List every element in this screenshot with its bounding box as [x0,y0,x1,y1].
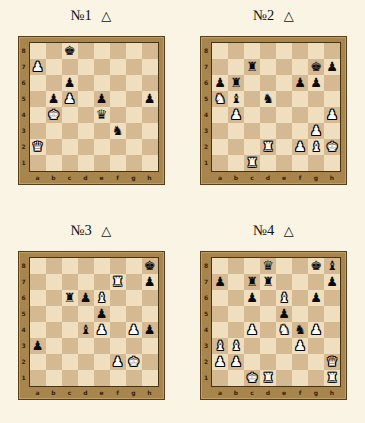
square-b7 [46,274,62,290]
rank-label-7: 7 [204,59,208,75]
square-e1 [276,370,292,386]
square-e6: ♝ [276,290,292,306]
rank-label-8: 8 [204,43,208,59]
square-c5 [62,306,78,322]
black-pawn: ♟ [62,75,78,91]
square-e1 [276,155,292,171]
square-d5 [260,306,276,322]
rank-label-5: 5 [204,91,208,107]
rank-label-8: 8 [21,258,25,274]
rank-label-1: 1 [204,370,208,386]
file-label-h: h [324,388,340,398]
square-g4: ♟ [308,322,324,338]
black-pawn: ♟ [324,274,340,290]
square-e5: ♟ [94,91,110,107]
black-pawn: ♟ [212,75,228,91]
diagram-1-header: №1 △ [70,7,112,23]
square-g5 [126,91,142,107]
white-pawn: ♟ [212,354,228,370]
square-h5: ♟ [142,91,158,107]
square-h6 [324,290,340,306]
white-rook: ♜ [260,370,276,386]
rank-label-2: 2 [21,354,25,370]
square-a2 [212,139,228,155]
square-d7: ♜ [260,274,276,290]
square-f6 [110,290,126,306]
white-bishop: ♝ [308,139,324,155]
square-c5 [244,306,260,322]
black-pawn: ♟ [142,322,158,338]
file-label-e: e [276,173,292,183]
square-b6: ♜ [228,75,244,91]
rank-label-3: 3 [204,338,208,354]
square-b1 [228,370,244,386]
black-bishop: ♝ [228,91,244,107]
chessboard-2-squares: ♜♚♟♟♜♟♟♞♝♞♟♟♟♜♟♝♚♜ [211,42,341,172]
square-d8 [260,43,276,59]
black-bishop: ♝ [78,322,94,338]
square-c3 [244,123,260,139]
square-d7 [78,274,94,290]
square-e5: ♟ [94,306,110,322]
square-a4 [30,322,46,338]
file-label-g: g [126,173,142,183]
square-a4 [212,322,228,338]
black-rook: ♜ [62,290,78,306]
square-h3 [142,338,158,354]
square-b4 [228,322,244,338]
file-label-b: b [46,173,62,183]
square-e2 [94,354,110,370]
black-pawn: ♟ [276,306,292,322]
black-pawn: ♟ [46,91,62,107]
square-d6 [260,290,276,306]
chessboard-4-squares: ♛♚♝♟♜♜♟♟♝♟♟♟♞♞♟♝♝♟♟♟♛♚♜♜ [211,257,341,387]
black-knight: ♞ [260,91,276,107]
square-a2: ♛ [30,139,46,155]
rank-label-2: 2 [204,354,208,370]
square-h5 [142,306,158,322]
square-g1 [126,370,142,386]
black-pawn: ♟ [142,274,158,290]
square-e6: ♝ [94,290,110,306]
square-f8 [110,43,126,59]
rank-label-5: 5 [21,306,25,322]
square-b6 [46,290,62,306]
square-d1: ♜ [260,370,276,386]
black-king: ♚ [308,59,324,75]
black-rook: ♜ [260,274,276,290]
square-b5 [46,306,62,322]
black-pawn: ♟ [324,59,340,75]
rank-label-7: 7 [21,274,25,290]
square-e4 [276,107,292,123]
square-g1 [308,370,324,386]
white-pawn: ♟ [30,59,46,75]
square-f2: ♟ [110,354,126,370]
square-d2 [260,354,276,370]
square-e6 [94,75,110,91]
rank-label-3: 3 [204,123,208,139]
black-pawn: ♟ [94,306,110,322]
square-h2 [142,139,158,155]
square-d1 [260,155,276,171]
file-label-a: a [30,388,46,398]
white-king: ♚ [126,354,142,370]
square-d7 [78,59,94,75]
square-d3 [78,338,94,354]
white-pawn: ♟ [110,354,126,370]
square-c4 [244,107,260,123]
file-label-f: f [292,173,308,183]
black-pawn: ♟ [244,290,260,306]
square-h1 [142,370,158,386]
square-e6 [276,75,292,91]
square-c1: ♜ [244,155,260,171]
rank-label-1: 1 [21,155,25,171]
square-b7 [228,274,244,290]
square-f1 [110,155,126,171]
square-g7 [308,274,324,290]
file-label-a: a [30,173,46,183]
square-f3 [292,123,308,139]
square-f4 [110,322,126,338]
rank-label-4: 4 [21,322,25,338]
white-bishop: ♝ [276,290,292,306]
file-label-b: b [228,388,244,398]
black-bishop: ♝ [324,258,340,274]
square-h6 [142,75,158,91]
diagram-4-number: №4 [253,222,275,239]
square-b5: ♝ [228,91,244,107]
square-d1 [78,370,94,386]
file-label-h: h [142,173,158,183]
rank-label-8: 8 [21,43,25,59]
black-pawn: ♟ [142,91,158,107]
square-f3: ♟ [292,338,308,354]
square-c2 [62,354,78,370]
rank-label-2: 2 [21,139,25,155]
square-a1 [30,370,46,386]
chessboard-1: 87654321 ♚♟♟♟♟♟♟♚♛♞♛ abcdefgh [18,36,165,185]
square-h7: ♟ [142,274,158,290]
file-label-g: g [126,388,142,398]
square-h1 [324,155,340,171]
square-c6 [244,75,260,91]
file-label-a: a [212,388,228,398]
white-pawn: ♟ [126,322,142,338]
square-f7: ♜ [110,274,126,290]
square-g7 [126,274,142,290]
square-g3 [126,123,142,139]
square-b5: ♟ [46,91,62,107]
square-b2 [46,139,62,155]
square-b5 [228,306,244,322]
square-e4: ♛ [94,107,110,123]
rank-label-6: 6 [21,75,25,91]
file-label-h: h [324,173,340,183]
white-bishop: ♝ [94,290,110,306]
square-a2: ♟ [212,354,228,370]
white-knight: ♞ [276,322,292,338]
square-f2 [110,139,126,155]
square-e1 [94,370,110,386]
black-pawn: ♟ [308,290,324,306]
square-e3 [94,123,110,139]
square-b4: ♟ [228,107,244,123]
file-label-f: f [110,388,126,398]
file-labels: abcdefgh [212,173,340,183]
square-a5 [30,91,46,107]
white-to-move-icon: △ [101,223,112,238]
square-c7: ♜ [244,59,260,75]
square-a3: ♟ [30,338,46,354]
square-e2 [94,139,110,155]
file-label-a: a [212,173,228,183]
square-g1 [308,155,324,171]
square-h2: ♛ [324,354,340,370]
file-label-d: d [260,173,276,183]
square-c4: ♟ [244,322,260,338]
square-g4 [308,107,324,123]
white-king: ♚ [244,370,260,386]
square-h7 [142,59,158,75]
square-c7 [62,59,78,75]
white-rook: ♜ [244,155,260,171]
square-h5 [324,306,340,322]
square-b7 [46,59,62,75]
square-c4 [62,107,78,123]
square-d5 [78,91,94,107]
square-h5 [324,91,340,107]
square-c4 [62,322,78,338]
file-label-d: d [78,388,94,398]
black-king: ♚ [308,258,324,274]
square-d6 [78,75,94,91]
square-c5: ♟ [62,91,78,107]
square-e8 [94,258,110,274]
white-pawn: ♟ [228,107,244,123]
square-a4 [30,107,46,123]
square-b4 [46,322,62,338]
square-d4 [78,107,94,123]
square-c2 [244,139,260,155]
chessboard-1-squares: ♚♟♟♟♟♟♟♚♛♞♛ [29,42,159,172]
file-label-b: b [228,173,244,183]
square-d7 [260,59,276,75]
square-a6: ♟ [212,75,228,91]
file-label-e: e [276,388,292,398]
square-c1 [62,155,78,171]
square-d4: ♝ [78,322,94,338]
white-queen: ♛ [30,139,46,155]
white-pawn: ♟ [292,338,308,354]
chessboard-2: 87654321 ♜♚♟♟♜♟♟♞♝♞♟♟♟♜♟♝♚♜ abcdefgh [200,36,347,185]
square-e2 [276,354,292,370]
file-label-f: f [292,388,308,398]
white-rook: ♜ [324,370,340,386]
square-e7 [276,274,292,290]
square-d5 [78,306,94,322]
square-g8: ♚ [308,258,324,274]
square-h7: ♟ [324,59,340,75]
square-e7 [94,59,110,75]
rank-label-4: 4 [204,107,208,123]
rank-label-3: 3 [21,123,25,139]
white-pawn: ♟ [292,139,308,155]
black-pawn: ♟ [308,75,324,91]
square-d8: ♛ [260,258,276,274]
square-h8 [142,43,158,59]
diagram-3-number: №3 [70,222,92,239]
white-pawn: ♟ [308,123,324,139]
rank-label-3: 3 [21,338,25,354]
square-e2 [276,139,292,155]
file-label-g: g [308,388,324,398]
white-to-move-icon: △ [284,8,295,23]
square-g2: ♝ [308,139,324,155]
square-f7 [292,274,308,290]
chessboard-3: 87654321 ♚♜♟♜♟♝♟♝♟♟♟♟♟♚ abcdefgh [18,251,165,400]
file-label-c: c [62,388,78,398]
square-f8 [292,43,308,59]
black-queen: ♛ [260,258,276,274]
square-h1 [142,155,158,171]
rank-label-1: 1 [21,370,25,386]
file-label-e: e [94,173,110,183]
square-f7 [292,59,308,75]
square-b1 [46,155,62,171]
black-pawn: ♟ [94,91,110,107]
white-bishop: ♝ [228,338,244,354]
square-a6 [212,290,228,306]
square-b2 [228,139,244,155]
square-f7 [110,59,126,75]
square-c3 [62,123,78,139]
square-d4 [260,107,276,123]
rank-labels: 87654321 [201,258,211,386]
square-b3 [46,338,62,354]
square-f6 [292,290,308,306]
square-f8 [292,258,308,274]
square-h8: ♚ [142,258,158,274]
square-c8 [62,258,78,274]
exercise-sheet: №1 △ 87654321 ♚♟♟♟♟♟♟♚♛♞♛ abcdefgh №2 △ … [0,0,365,423]
square-c3 [62,338,78,354]
square-a5: ♞ [212,91,228,107]
white-pawn: ♟ [244,322,260,338]
square-g8 [308,43,324,59]
white-knight: ♞ [212,91,228,107]
square-b7 [228,59,244,75]
square-e7 [276,59,292,75]
square-d2 [78,354,94,370]
rank-label-5: 5 [204,306,208,322]
square-h4: ♟ [324,107,340,123]
square-h1: ♜ [324,370,340,386]
square-b8 [228,43,244,59]
square-d8 [78,43,94,59]
file-label-e: e [94,388,110,398]
square-f1 [110,370,126,386]
black-pawn: ♟ [78,290,94,306]
square-h4: ♟ [142,322,158,338]
white-bishop: ♝ [212,338,228,354]
black-king: ♚ [142,258,158,274]
square-a1 [212,370,228,386]
square-a8 [212,258,228,274]
black-rook: ♜ [244,59,260,75]
white-king: ♚ [46,107,62,123]
square-f5 [292,91,308,107]
rank-label-5: 5 [21,91,25,107]
square-b6 [46,75,62,91]
square-h3 [142,123,158,139]
square-g6 [126,75,142,91]
square-g2 [126,139,142,155]
rank-labels: 87654321 [19,43,29,171]
square-e7 [94,274,110,290]
black-pawn: ♟ [292,75,308,91]
square-c8: ♚ [62,43,78,59]
square-a8 [30,258,46,274]
square-d1 [78,155,94,171]
square-a7 [30,274,46,290]
file-label-d: d [260,388,276,398]
file-label-f: f [110,173,126,183]
square-e5 [276,91,292,107]
square-d8 [78,258,94,274]
square-f1 [292,155,308,171]
chessboard-4: 87654321 ♛♚♝♟♜♜♟♟♝♟♟♟♞♞♟♝♝♟♟♟♛♚♜♜ abcdef… [200,251,347,400]
diagram-3: №3 △ 87654321 ♚♜♟♜♟♝♟♝♟♟♟♟♟♚ abcdefgh [0,211,182,423]
square-g6: ♟ [308,290,324,306]
square-a6 [30,290,46,306]
file-label-b: b [46,388,62,398]
square-g4 [126,107,142,123]
diagram-1-number: №1 [70,7,92,24]
square-f4 [110,107,126,123]
square-a4 [212,107,228,123]
square-b6 [228,290,244,306]
square-g6 [126,290,142,306]
square-g5 [308,306,324,322]
square-g5 [126,306,142,322]
square-e1 [94,155,110,171]
diagram-1: №1 △ 87654321 ♚♟♟♟♟♟♟♚♛♞♛ abcdefgh [0,0,182,211]
square-d6 [260,75,276,91]
file-label-h: h [142,388,158,398]
square-a3 [30,123,46,139]
square-g2: ♚ [126,354,142,370]
white-pawn: ♟ [62,91,78,107]
file-label-c: c [62,173,78,183]
file-label-d: d [78,173,94,183]
white-to-move-icon: △ [101,8,112,23]
square-f8 [110,258,126,274]
black-knight: ♞ [110,123,126,139]
white-queen: ♛ [324,354,340,370]
square-h2: ♚ [324,139,340,155]
square-e4: ♞ [276,322,292,338]
white-pawn: ♟ [228,354,244,370]
black-king: ♚ [62,43,78,59]
square-c2 [244,354,260,370]
white-rook: ♜ [110,274,126,290]
diagram-2-header: №2 △ [253,7,295,23]
rank-label-7: 7 [204,274,208,290]
square-h6 [142,290,158,306]
